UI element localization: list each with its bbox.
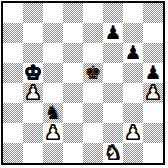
square-b3[interactable] xyxy=(23,103,43,123)
square-h1[interactable] xyxy=(143,143,163,163)
square-f3[interactable] xyxy=(103,103,123,123)
piece-white-knight[interactable]: ♞ xyxy=(104,143,121,162)
square-a5[interactable] xyxy=(3,63,23,83)
square-g3[interactable] xyxy=(123,103,143,123)
square-d1[interactable] xyxy=(63,143,83,163)
square-a3[interactable] xyxy=(3,103,23,123)
square-b5[interactable]: ♚ xyxy=(23,63,43,83)
square-c1[interactable] xyxy=(43,143,63,163)
square-h5[interactable]: ♟ xyxy=(143,63,163,83)
square-d4[interactable] xyxy=(63,83,83,103)
square-c2[interactable]: ♟ xyxy=(43,123,63,143)
chess-board: ♟♟♚♚♟♟♟♞♟♟♞ xyxy=(3,3,163,163)
square-a1[interactable] xyxy=(3,143,23,163)
square-g1[interactable] xyxy=(123,143,143,163)
square-f7[interactable]: ♟ xyxy=(103,23,123,43)
square-b6[interactable] xyxy=(23,43,43,63)
square-d5[interactable] xyxy=(63,63,83,83)
square-f4[interactable] xyxy=(103,83,123,103)
square-b1[interactable] xyxy=(23,143,43,163)
square-b2[interactable] xyxy=(23,123,43,143)
square-c3[interactable]: ♞ xyxy=(43,103,63,123)
chess-diagram: ♟♟♚♚♟♟♟♞♟♟♞ xyxy=(0,0,168,168)
piece-black-king[interactable]: ♚ xyxy=(84,63,101,82)
square-h4[interactable]: ♟ xyxy=(143,83,163,103)
square-c6[interactable] xyxy=(43,43,63,63)
square-e6[interactable] xyxy=(83,43,103,63)
square-e1[interactable] xyxy=(83,143,103,163)
square-e2[interactable] xyxy=(83,123,103,143)
square-f2[interactable] xyxy=(103,123,123,143)
square-e5[interactable]: ♚ xyxy=(83,63,103,83)
piece-black-pawn[interactable]: ♟ xyxy=(144,63,161,82)
square-d2[interactable] xyxy=(63,123,83,143)
board-frame: ♟♟♚♚♟♟♟♞♟♟♞ xyxy=(1,1,165,165)
square-g8[interactable] xyxy=(123,3,143,23)
square-c4[interactable] xyxy=(43,83,63,103)
square-d6[interactable] xyxy=(63,43,83,63)
piece-black-pawn[interactable]: ♟ xyxy=(124,43,141,62)
piece-black-knight[interactable]: ♞ xyxy=(44,103,61,122)
square-f8[interactable] xyxy=(103,3,123,23)
square-e3[interactable] xyxy=(83,103,103,123)
square-f5[interactable] xyxy=(103,63,123,83)
square-c5[interactable] xyxy=(43,63,63,83)
square-e4[interactable] xyxy=(83,83,103,103)
square-g6[interactable]: ♟ xyxy=(123,43,143,63)
square-d7[interactable] xyxy=(63,23,83,43)
piece-white-pawn[interactable]: ♟ xyxy=(44,123,61,142)
square-b4[interactable]: ♟ xyxy=(23,83,43,103)
square-b8[interactable] xyxy=(23,3,43,23)
square-h3[interactable] xyxy=(143,103,163,123)
square-d3[interactable] xyxy=(63,103,83,123)
piece-white-pawn[interactable]: ♟ xyxy=(24,83,41,102)
piece-black-pawn[interactable]: ♟ xyxy=(104,23,121,42)
piece-white-pawn[interactable]: ♟ xyxy=(124,123,141,142)
square-a7[interactable] xyxy=(3,23,23,43)
square-g2[interactable]: ♟ xyxy=(123,123,143,143)
square-g4[interactable] xyxy=(123,83,143,103)
square-d8[interactable] xyxy=(63,3,83,23)
square-e8[interactable] xyxy=(83,3,103,23)
piece-white-pawn[interactable]: ♟ xyxy=(144,83,161,102)
square-a6[interactable] xyxy=(3,43,23,63)
piece-white-king[interactable]: ♚ xyxy=(24,63,41,82)
square-e7[interactable] xyxy=(83,23,103,43)
square-c8[interactable] xyxy=(43,3,63,23)
square-a2[interactable] xyxy=(3,123,23,143)
square-c7[interactable] xyxy=(43,23,63,43)
square-g7[interactable] xyxy=(123,23,143,43)
square-g5[interactable] xyxy=(123,63,143,83)
square-b7[interactable] xyxy=(23,23,43,43)
square-a4[interactable] xyxy=(3,83,23,103)
square-f6[interactable] xyxy=(103,43,123,63)
square-f1[interactable]: ♞ xyxy=(103,143,123,163)
square-h6[interactable] xyxy=(143,43,163,63)
square-h8[interactable] xyxy=(143,3,163,23)
square-a8[interactable] xyxy=(3,3,23,23)
square-h7[interactable] xyxy=(143,23,163,43)
square-h2[interactable] xyxy=(143,123,163,143)
